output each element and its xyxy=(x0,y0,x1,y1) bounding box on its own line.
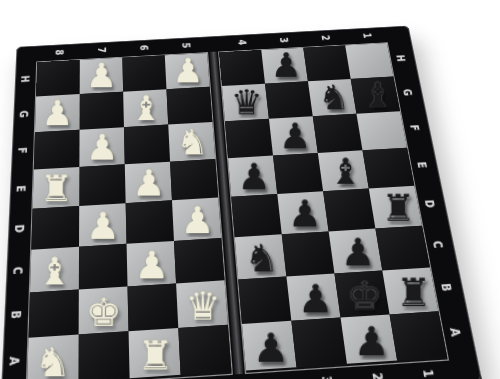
square-h6[interactable] xyxy=(122,55,166,91)
square-g7[interactable] xyxy=(80,92,124,130)
piece-white-bishop[interactable]: ♝ xyxy=(30,248,79,293)
square-c2[interactable]: ♟ xyxy=(329,229,383,274)
square-e4[interactable]: ♟ xyxy=(228,156,277,197)
piece-white-pawn[interactable]: ♟ xyxy=(174,198,221,242)
square-d1[interactable]: ♜ xyxy=(369,186,422,229)
square-b4[interactable] xyxy=(238,276,291,323)
frame-spacer xyxy=(387,26,412,43)
label-file-H-right: H xyxy=(378,49,423,67)
piece-white-pawn[interactable]: ♟ xyxy=(126,161,172,204)
piece-white-pawn[interactable]: ♟ xyxy=(166,51,209,91)
piece-black-pawn[interactable]: ♟ xyxy=(273,115,318,157)
square-b1[interactable]: ♜ xyxy=(382,267,438,314)
piece-white-rook[interactable]: ♜ xyxy=(33,167,80,210)
square-d8[interactable] xyxy=(31,206,79,250)
square-h5[interactable]: ♟ xyxy=(165,53,210,89)
piece-black-bishop[interactable]: ♝ xyxy=(356,74,400,114)
piece-black-pawn[interactable]: ♟ xyxy=(291,276,341,322)
square-e6[interactable]: ♟ xyxy=(125,162,172,203)
board-scene: 87654321 HGFEDCBA ♟♟♟♝♟♞♜♟♟♟♝♟♚♛♞♜ ♟♛♞♝♟… xyxy=(30,8,424,379)
piece-black-pawn[interactable]: ♟ xyxy=(246,324,297,371)
square-e2[interactable]: ♝ xyxy=(318,150,369,191)
square-h4[interactable] xyxy=(219,50,265,86)
square-c4[interactable]: ♞ xyxy=(235,234,287,279)
piece-white-pawn[interactable]: ♟ xyxy=(80,55,123,95)
piece-white-pawn[interactable]: ♟ xyxy=(79,204,127,248)
square-f8[interactable] xyxy=(34,130,80,170)
square-a8[interactable]: ♞ xyxy=(27,334,79,379)
square-c3[interactable] xyxy=(282,231,335,276)
square-c7[interactable] xyxy=(79,244,128,290)
piece-black-pawn[interactable]: ♟ xyxy=(231,155,277,198)
square-d6[interactable] xyxy=(126,200,174,243)
piece-black-knight[interactable]: ♞ xyxy=(238,236,286,281)
piece-black-rook[interactable]: ♜ xyxy=(375,186,422,229)
piece-white-queen[interactable]: ♛ xyxy=(178,283,228,329)
square-a7[interactable] xyxy=(78,331,129,379)
piece-white-bishop[interactable]: ♝ xyxy=(124,87,168,128)
piece-black-pawn[interactable]: ♟ xyxy=(265,45,308,85)
square-e8[interactable]: ♜ xyxy=(33,167,80,209)
piece-white-pawn[interactable]: ♟ xyxy=(79,126,124,168)
square-f5[interactable]: ♞ xyxy=(168,122,215,162)
square-e1[interactable] xyxy=(362,148,414,189)
square-b3[interactable]: ♟ xyxy=(286,273,340,320)
square-g2[interactable]: ♞ xyxy=(308,79,357,116)
square-f7[interactable]: ♟ xyxy=(79,127,124,167)
chess-board: 87654321 HGFEDCBA ♟♟♟♝♟♞♜♟♟♟♝♟♚♛♞♜ ♟♛♞♝♟… xyxy=(0,26,482,379)
piece-white-knight[interactable]: ♞ xyxy=(27,338,78,379)
square-f4[interactable] xyxy=(225,119,273,158)
piece-white-knight[interactable]: ♞ xyxy=(170,121,215,163)
square-d7[interactable]: ♟ xyxy=(79,203,127,247)
square-g1[interactable]: ♝ xyxy=(351,76,400,113)
square-h8[interactable] xyxy=(36,60,80,97)
square-f2[interactable] xyxy=(313,114,363,153)
square-g6[interactable]: ♝ xyxy=(123,89,168,127)
square-e5[interactable] xyxy=(170,159,218,200)
square-h2[interactable] xyxy=(303,45,350,81)
square-d4[interactable] xyxy=(231,194,281,237)
square-a6[interactable]: ♜ xyxy=(129,328,181,378)
square-g4[interactable]: ♛ xyxy=(222,84,269,122)
square-b2[interactable]: ♚ xyxy=(334,270,389,317)
piece-white-king[interactable]: ♚ xyxy=(79,289,129,335)
square-b8[interactable] xyxy=(29,289,79,337)
square-d3[interactable]: ♟ xyxy=(277,191,328,234)
piece-black-king[interactable]: ♚ xyxy=(340,273,390,319)
square-f6[interactable] xyxy=(124,125,170,165)
square-f3[interactable]: ♟ xyxy=(269,116,318,155)
piece-black-pawn[interactable]: ♟ xyxy=(281,192,328,236)
board-middle: HGFEDCBA ♟♟♟♝♟♞♜♟♟♟♝♟♚♛♞♜ ♟♛♞♝♟♟♝♟♜♞♟♟♚♜… xyxy=(1,41,477,379)
square-c6[interactable]: ♟ xyxy=(127,241,177,287)
frame-spacer xyxy=(451,359,482,379)
square-g5[interactable] xyxy=(166,87,212,125)
square-a4[interactable]: ♟ xyxy=(242,321,297,371)
piece-white-pawn[interactable]: ♟ xyxy=(128,242,177,287)
square-b7[interactable]: ♚ xyxy=(79,286,129,334)
square-h3[interactable]: ♟ xyxy=(261,48,308,84)
square-e7[interactable] xyxy=(79,164,125,206)
product-photo-stage: 87654321 HGFEDCBA ♟♟♟♝♟♞♜♟♟♟♝♟♚♛♞♜ ♟♛♞♝♟… xyxy=(0,0,500,379)
board-left-half: ♟♟♟♝♟♞♜♟♟♟♝♟♚♛♞♜ xyxy=(26,52,233,379)
square-a2[interactable]: ♟ xyxy=(341,314,398,363)
square-b5[interactable]: ♛ xyxy=(176,280,228,328)
square-h7[interactable]: ♟ xyxy=(80,58,123,94)
square-c5[interactable] xyxy=(174,238,224,283)
piece-black-bishop[interactable]: ♝ xyxy=(323,150,369,192)
piece-black-pawn[interactable]: ♟ xyxy=(334,230,382,275)
piece-black-pawn[interactable]: ♟ xyxy=(346,318,397,365)
square-e3[interactable] xyxy=(273,153,323,194)
square-g3[interactable] xyxy=(265,81,313,119)
piece-black-rook[interactable]: ♜ xyxy=(389,270,439,316)
piece-white-rook[interactable]: ♜ xyxy=(130,332,181,379)
square-g8[interactable]: ♟ xyxy=(35,94,80,132)
grid-left-half: ♟♟♟♝♟♞♜♟♟♟♝♟♚♛♞♜ xyxy=(27,53,231,379)
square-c8[interactable]: ♝ xyxy=(30,247,79,293)
square-d2[interactable] xyxy=(323,189,375,232)
piece-black-queen[interactable]: ♛ xyxy=(225,82,269,123)
piece-white-pawn[interactable]: ♟ xyxy=(35,92,80,133)
square-a5[interactable] xyxy=(178,325,231,375)
square-b6[interactable] xyxy=(128,283,179,331)
square-d5[interactable]: ♟ xyxy=(172,198,221,241)
board-right-half: ♟♛♞♝♟♟♝♟♜♞♟♟♚♜♟♟ xyxy=(218,42,449,374)
piece-black-knight[interactable]: ♞ xyxy=(312,77,356,118)
frame-spacer xyxy=(16,46,39,63)
